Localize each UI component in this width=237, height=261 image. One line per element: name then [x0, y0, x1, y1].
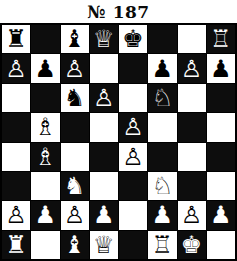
- square-a1[interactable]: ♜: [2, 231, 30, 259]
- square-c4[interactable]: [61, 143, 89, 171]
- white-rook-piece: ♖: [152, 233, 174, 257]
- white-pawn-piece: ♙: [5, 203, 27, 227]
- square-h1[interactable]: [207, 231, 235, 259]
- black-pawn-piece: ♙: [122, 115, 144, 139]
- white-knight-piece: ♞: [64, 174, 86, 198]
- square-h8[interactable]: ♖: [207, 25, 235, 53]
- chess-board: ♜♝♕♚♖♙♟♙♟♙♟♞♙♘♗♙♗♙♞♘♙♟♙♟♟♙♟♜♝♕♖♚: [0, 23, 237, 261]
- black-pawn-piece: ♟: [210, 57, 232, 81]
- square-g2[interactable]: ♙: [178, 201, 206, 229]
- square-e5[interactable]: ♙: [119, 113, 147, 141]
- square-g5[interactable]: [178, 113, 206, 141]
- white-pawn-piece: ♟: [35, 203, 57, 227]
- square-d8[interactable]: ♕: [90, 25, 118, 53]
- square-g1[interactable]: ♚: [178, 231, 206, 259]
- white-knight-piece: ♘: [152, 174, 174, 198]
- square-c6[interactable]: ♞: [61, 84, 89, 112]
- square-f4[interactable]: [148, 143, 176, 171]
- white-bishop-piece: ♝: [64, 233, 86, 257]
- square-b5[interactable]: ♗: [31, 113, 59, 141]
- square-b6[interactable]: [31, 84, 59, 112]
- square-c2[interactable]: ♙: [61, 201, 89, 229]
- white-pawn-piece: ♙: [122, 145, 144, 169]
- square-h3[interactable]: [207, 172, 235, 200]
- square-g6[interactable]: [178, 84, 206, 112]
- white-queen-piece: ♕: [93, 233, 115, 257]
- square-b1[interactable]: [31, 231, 59, 259]
- black-bishop-piece: ♝: [64, 27, 86, 51]
- square-a5[interactable]: [2, 113, 30, 141]
- black-pawn-piece: ♟: [35, 57, 57, 81]
- square-a2[interactable]: ♙: [2, 201, 30, 229]
- square-g7[interactable]: ♙: [178, 54, 206, 82]
- square-d3[interactable]: [90, 172, 118, 200]
- black-bishop-piece: ♗: [35, 145, 57, 169]
- square-h2[interactable]: ♟: [207, 201, 235, 229]
- square-h7[interactable]: ♟: [207, 54, 235, 82]
- square-c8[interactable]: ♝: [61, 25, 89, 53]
- white-pawn-piece: ♟: [93, 203, 115, 227]
- chess-diagram-page: № 187 ♜♝♕♚♖♙♟♙♟♙♟♞♙♘♗♙♗♙♞♘♙♟♙♟♟♙♟♜♝♕♖♚: [0, 0, 237, 261]
- black-king-piece: ♚: [122, 27, 144, 51]
- square-f8[interactable]: [148, 25, 176, 53]
- square-e8[interactable]: ♚: [119, 25, 147, 53]
- white-king-piece: ♚: [181, 233, 203, 257]
- square-e7[interactable]: [119, 54, 147, 82]
- black-pawn-piece: ♟: [152, 57, 174, 81]
- black-pawn-piece: ♙: [181, 57, 203, 81]
- black-rook-piece: ♖: [210, 27, 232, 51]
- square-h5[interactable]: [207, 113, 235, 141]
- square-d4[interactable]: [90, 143, 118, 171]
- square-c1[interactable]: ♝: [61, 231, 89, 259]
- square-h4[interactable]: [207, 143, 235, 171]
- square-g4[interactable]: [178, 143, 206, 171]
- square-b3[interactable]: [31, 172, 59, 200]
- black-knight-piece: ♘: [152, 86, 174, 110]
- square-a8[interactable]: ♜: [2, 25, 30, 53]
- square-a4[interactable]: [2, 143, 30, 171]
- square-g3[interactable]: [178, 172, 206, 200]
- black-rook-piece: ♜: [5, 27, 27, 51]
- white-pawn-piece: ♙: [64, 203, 86, 227]
- square-e3[interactable]: [119, 172, 147, 200]
- square-a7[interactable]: ♙: [2, 54, 30, 82]
- black-pawn-piece: ♙: [5, 57, 27, 81]
- square-e6[interactable]: [119, 84, 147, 112]
- white-pawn-piece: ♟: [210, 203, 232, 227]
- white-pawn-piece: ♟: [152, 203, 174, 227]
- square-h6[interactable]: [207, 84, 235, 112]
- white-rook-piece: ♜: [5, 233, 27, 257]
- square-f6[interactable]: ♘: [148, 84, 176, 112]
- white-pawn-piece: ♙: [181, 203, 203, 227]
- square-c5[interactable]: [61, 113, 89, 141]
- square-a3[interactable]: [2, 172, 30, 200]
- square-c3[interactable]: ♞: [61, 172, 89, 200]
- square-f1[interactable]: ♖: [148, 231, 176, 259]
- white-bishop-piece: ♗: [35, 115, 57, 139]
- black-queen-piece: ♕: [93, 27, 115, 51]
- square-d1[interactable]: ♕: [90, 231, 118, 259]
- square-b8[interactable]: [31, 25, 59, 53]
- square-d7[interactable]: [90, 54, 118, 82]
- square-f3[interactable]: ♘: [148, 172, 176, 200]
- square-f2[interactable]: ♟: [148, 201, 176, 229]
- square-d6[interactable]: ♙: [90, 84, 118, 112]
- square-f5[interactable]: [148, 113, 176, 141]
- square-e2[interactable]: [119, 201, 147, 229]
- square-b4[interactable]: ♗: [31, 143, 59, 171]
- black-knight-piece: ♞: [64, 86, 86, 110]
- square-d2[interactable]: ♟: [90, 201, 118, 229]
- square-e1[interactable]: [119, 231, 147, 259]
- black-pawn-piece: ♙: [93, 86, 115, 110]
- black-pawn-piece: ♙: [64, 57, 86, 81]
- square-e4[interactable]: ♙: [119, 143, 147, 171]
- puzzle-number-title: № 187: [0, 0, 237, 23]
- square-f7[interactable]: ♟: [148, 54, 176, 82]
- square-a6[interactable]: [2, 84, 30, 112]
- square-g8[interactable]: [178, 25, 206, 53]
- square-b2[interactable]: ♟: [31, 201, 59, 229]
- square-c7[interactable]: ♙: [61, 54, 89, 82]
- square-b7[interactable]: ♟: [31, 54, 59, 82]
- square-d5[interactable]: [90, 113, 118, 141]
